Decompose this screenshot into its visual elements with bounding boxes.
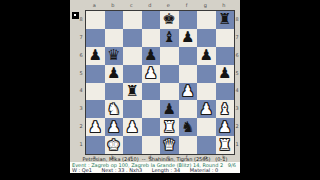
square-g4 [197,83,216,101]
chess-app-panel: abcdefgh 87654321 ♚♜♝♟♟♛♟♟♟♟♟♜♟♞♟♟♝♟♟♟♜♞… [70,0,240,173]
square-b1: ♚ [105,136,124,154]
square-e7: ♝ [160,29,179,47]
white-king-piece: ♚ [107,138,120,153]
rank-label-2: 2 [234,117,240,135]
square-e8: ♚ [160,11,179,29]
square-h8: ♜ [216,11,235,29]
square-a7 [86,29,105,47]
file-label-g: g [196,2,215,9]
square-d2 [142,118,161,136]
rank-labels-left: 87654321 [78,10,84,153]
square-f8 [179,11,198,29]
square-f7: ♟ [179,29,198,47]
rank-label-7: 7 [234,28,240,46]
square-e4 [160,83,179,101]
square-g2 [197,118,216,136]
white-rook-piece: ♜ [218,138,231,153]
white-pawn-piece: ♟ [89,120,102,135]
rank-label-3: 3 [78,99,84,117]
rank-label-2: 2 [78,117,84,135]
square-d3 [142,100,161,118]
square-c3 [123,100,142,118]
square-c7 [123,29,142,47]
rank-label-5: 5 [78,64,84,82]
square-f1 [179,136,198,154]
black-pawn-piece: ♟ [163,102,176,117]
square-a2: ♟ [86,118,105,136]
white-pawn-piece: ♟ [144,66,157,81]
rank-label-4: 4 [234,82,240,100]
square-b5: ♟ [105,65,124,83]
square-c4: ♜ [123,83,142,101]
square-a1 [86,136,105,154]
rank-label-8: 8 [78,10,84,28]
game-info-caption: W : Qe1 Next : 33 . Nxh3 Length : 34 Mat… [72,168,218,173]
square-h3: ♝ [216,100,235,118]
square-b3: ♞ [105,100,124,118]
square-g5 [197,65,216,83]
black-knight-piece: ♞ [181,120,194,135]
square-f4: ♟ [179,83,198,101]
square-h7 [216,29,235,47]
black-pawn-piece: ♟ [181,30,194,45]
file-labels-top: abcdefgh [85,2,233,9]
square-f6 [179,47,198,65]
rank-label-4: 4 [78,82,84,100]
black-pawn-piece: ♟ [89,48,102,63]
black-pawn-piece: ♟ [218,66,231,81]
white-bishop-piece: ♝ [218,102,231,117]
square-g1 [197,136,216,154]
white-pawn-piece: ♟ [181,84,194,99]
white-pawn-piece: ♟ [200,102,213,117]
square-b8 [105,11,124,29]
rank-label-7: 7 [78,28,84,46]
square-g6: ♟ [197,47,216,65]
square-b7 [105,29,124,47]
square-h2: ♟ [216,118,235,136]
file-label-e: e [159,2,178,9]
black-rook-piece: ♜ [126,84,139,99]
rank-label-1: 1 [78,135,84,153]
square-d1 [142,136,161,154]
black-bishop-piece: ♝ [163,30,176,45]
square-c5 [123,65,142,83]
square-d5: ♟ [142,65,161,83]
square-a8 [86,11,105,29]
square-d7 [142,29,161,47]
file-label-b: b [104,2,123,9]
black-queen-piece: ♛ [107,48,120,63]
square-g3: ♟ [197,100,216,118]
square-e6 [160,47,179,65]
white-pawn-piece: ♟ [107,120,120,135]
black-pawn-piece: ♟ [107,66,120,81]
square-c2: ♟ [123,118,142,136]
square-b6: ♛ [105,47,124,65]
square-g8 [197,11,216,29]
square-b4 [105,83,124,101]
square-e3: ♟ [160,100,179,118]
square-h1: ♜ [216,136,235,154]
video-frame: abcdefgh 87654321 ♚♜♝♟♟♛♟♟♟♟♟♜♟♞♟♟♝♟♟♟♜♞… [0,0,320,180]
square-f3 [179,100,198,118]
square-a5 [86,65,105,83]
white-knight-piece: ♞ [107,102,120,117]
chess-board: ♚♜♝♟♟♛♟♟♟♟♟♜♟♞♟♟♝♟♟♟♜♞♟♚♛♜ [85,10,235,155]
white-queen-piece: ♛ [163,138,176,153]
file-label-f: f [178,2,197,9]
square-h6 [216,47,235,65]
square-h4 [216,83,235,101]
square-b2: ♟ [105,118,124,136]
rank-label-1: 1 [234,135,240,153]
square-d8 [142,11,161,29]
white-pawn-piece: ♟ [218,120,231,135]
file-label-h: h [215,2,234,9]
square-c1 [123,136,142,154]
square-g7 [197,29,216,47]
square-e1: ♛ [160,136,179,154]
square-f2: ♞ [179,118,198,136]
square-a4 [86,83,105,101]
white-pawn-piece: ♟ [126,120,139,135]
white-rook-piece: ♜ [163,120,176,135]
square-c8 [123,11,142,29]
file-label-c: c [122,2,141,9]
rank-label-5: 5 [234,64,240,82]
rank-labels-right: 87654321 [234,10,240,153]
black-pawn-piece: ♟ [144,48,157,63]
square-d6: ♟ [142,47,161,65]
black-king-piece: ♚ [163,12,176,27]
caption-box: Event : Zagreb op 100, Zagreb la Grande … [70,162,240,173]
square-a3 [86,100,105,118]
file-label-d: d [141,2,160,9]
black-rook-piece: ♜ [218,12,231,27]
square-c6 [123,47,142,65]
rank-label-6: 6 [78,46,84,64]
rank-label-3: 3 [234,99,240,117]
black-pawn-piece: ♟ [200,48,213,63]
square-a6: ♟ [86,47,105,65]
square-h5: ♟ [216,65,235,83]
square-e2: ♜ [160,118,179,136]
square-f5 [179,65,198,83]
file-label-a: a [85,2,104,9]
rank-label-8: 8 [234,10,240,28]
rank-label-6: 6 [234,46,240,64]
square-e5 [160,65,179,83]
square-d4 [142,83,161,101]
